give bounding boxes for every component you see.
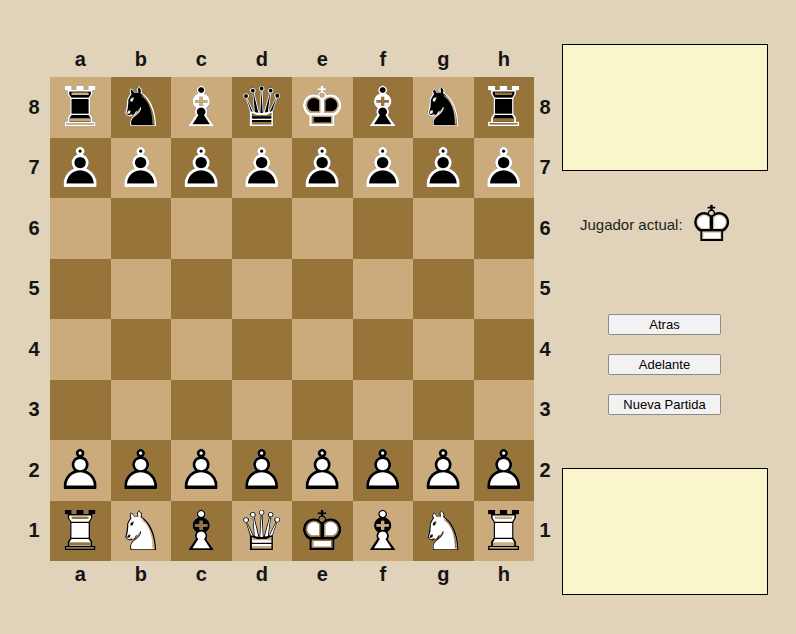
piece-white-bishop[interactable]: ♝♗ [353,501,414,562]
current-player-label: Jugador actual: [580,216,683,233]
square-f2[interactable]: ♟♙ [353,440,414,501]
square-g5[interactable] [413,259,474,320]
white-king-icon: ♚ ♔ [687,198,737,250]
piece-white-king[interactable]: ♚♔ [292,501,353,562]
piece-black-rook[interactable]: ♜♖ [50,77,111,138]
piece-white-bishop[interactable]: ♝♗ [171,501,232,562]
square-f7[interactable]: ♟♙ [353,138,414,199]
square-d3[interactable] [232,380,293,441]
rank-label-1: 1 [21,501,47,562]
square-e8[interactable]: ♚♔ [292,77,353,138]
piece-outline-glyph: ♙ [232,440,293,501]
square-c1[interactable]: ♝♗ [171,501,232,562]
piece-outline-glyph: ♗ [353,77,414,138]
piece-outline-glyph: ♖ [474,501,535,562]
chess-board[interactable]: ♜♖♞♘♝♗♛♕♚♔♝♗♞♘♜♖♟♙♟♙♟♙♟♙♟♙♟♙♟♙♟♙♟♙♟♙♟♙♟♙… [50,77,534,561]
piece-outline-glyph: ♙ [292,138,353,199]
piece-black-pawn[interactable]: ♟♙ [353,138,414,199]
piece-outline-glyph: ♙ [171,440,232,501]
square-f8[interactable]: ♝♗ [353,77,414,138]
square-a2[interactable]: ♟♙ [50,440,111,501]
rank-label-6: 6 [532,198,558,259]
square-d8[interactable]: ♛♕ [232,77,293,138]
square-b8[interactable]: ♞♘ [111,77,172,138]
square-g8[interactable]: ♞♘ [413,77,474,138]
square-e1[interactable]: ♚♔ [292,501,353,562]
file-label-b: b [111,46,172,72]
forward-button[interactable]: Adelante [608,354,721,375]
piece-white-pawn[interactable]: ♟♙ [50,440,111,501]
piece-white-queen[interactable]: ♛♕ [232,501,293,562]
piece-outline-glyph: ♙ [474,440,535,501]
piece-black-queen[interactable]: ♛♕ [232,77,293,138]
rank-label-7: 7 [21,138,47,199]
rank-label-3: 3 [532,380,558,441]
piece-black-knight[interactable]: ♞♘ [111,77,172,138]
square-g1[interactable]: ♞♘ [413,501,474,562]
piece-white-pawn[interactable]: ♟♙ [353,440,414,501]
rank-label-4: 4 [532,319,558,380]
square-c2[interactable]: ♟♙ [171,440,232,501]
rank-label-8: 8 [21,77,47,138]
square-b2[interactable]: ♟♙ [111,440,172,501]
piece-white-knight[interactable]: ♞♘ [111,501,172,562]
piece-outline-glyph: ♖ [474,77,535,138]
square-d4[interactable] [232,319,293,380]
rank-labels-left: 87654321 [21,77,47,561]
square-h6[interactable] [474,198,535,259]
file-label-d: d [232,561,293,587]
square-c8[interactable]: ♝♗ [171,77,232,138]
rank-label-2: 2 [21,440,47,501]
rank-label-5: 5 [21,259,47,320]
file-labels-top: abcdefgh [50,46,534,72]
piece-white-knight[interactable]: ♞♘ [413,501,474,562]
piece-black-bishop[interactable]: ♝♗ [353,77,414,138]
piece-outline-glyph: ♗ [171,501,232,562]
piece-black-king[interactable]: ♚♔ [292,77,353,138]
square-b1[interactable]: ♞♘ [111,501,172,562]
piece-outline-glyph: ♙ [111,440,172,501]
piece-outline-glyph: ♙ [292,440,353,501]
square-a7[interactable]: ♟♙ [50,138,111,199]
file-label-a: a [50,561,111,587]
square-g2[interactable]: ♟♙ [413,440,474,501]
current-player-row: Jugador actual: ♚ ♔ [580,198,737,250]
square-a3[interactable] [50,380,111,441]
piece-black-rook[interactable]: ♜♖ [474,77,535,138]
new-game-button[interactable]: Nueva Partida [608,394,721,415]
piece-white-pawn[interactable]: ♟♙ [474,440,535,501]
square-f6[interactable] [353,198,414,259]
piece-black-pawn[interactable]: ♟♙ [232,138,293,199]
piece-black-bishop[interactable]: ♝♗ [171,77,232,138]
piece-white-rook[interactable]: ♜♖ [50,501,111,562]
square-b3[interactable] [111,380,172,441]
square-c6[interactable] [171,198,232,259]
piece-outline-glyph: ♘ [413,77,474,138]
back-button[interactable]: Atras [608,314,721,335]
square-g4[interactable] [413,319,474,380]
square-c4[interactable] [171,319,232,380]
square-f5[interactable] [353,259,414,320]
square-f1[interactable]: ♝♗ [353,501,414,562]
piece-white-pawn[interactable]: ♟♙ [111,440,172,501]
square-b4[interactable] [111,319,172,380]
square-a4[interactable] [50,319,111,380]
square-b6[interactable] [111,198,172,259]
square-h3[interactable] [474,380,535,441]
file-label-c: c [171,46,232,72]
file-label-a: a [50,46,111,72]
square-g7[interactable]: ♟♙ [413,138,474,199]
piece-white-pawn[interactable]: ♟♙ [292,440,353,501]
piece-outline-glyph: ♕ [232,501,293,562]
rank-label-3: 3 [21,380,47,441]
piece-outline-glyph: ♖ [50,501,111,562]
square-d5[interactable] [232,259,293,320]
piece-black-knight[interactable]: ♞♘ [413,77,474,138]
square-h1[interactable]: ♜♖ [474,501,535,562]
square-d6[interactable] [232,198,293,259]
file-label-g: g [413,561,474,587]
square-g3[interactable] [413,380,474,441]
file-label-e: e [292,561,353,587]
square-e4[interactable] [292,319,353,380]
square-b5[interactable] [111,259,172,320]
file-label-h: h [474,561,535,587]
file-label-f: f [353,46,414,72]
move-log-top[interactable] [562,44,768,171]
piece-outline-glyph: ♙ [474,138,535,199]
rank-label-1: 1 [532,501,558,562]
square-e2[interactable]: ♟♙ [292,440,353,501]
square-c3[interactable] [171,380,232,441]
square-e5[interactable] [292,259,353,320]
piece-black-pawn[interactable]: ♟♙ [111,138,172,199]
square-h7[interactable]: ♟♙ [474,138,535,199]
rank-label-7: 7 [532,138,558,199]
file-label-h: h [474,46,535,72]
piece-outline-glyph: ♕ [232,77,293,138]
piece-outline-glyph: ♙ [232,138,293,199]
piece-black-pawn[interactable]: ♟♙ [474,138,535,199]
file-label-e: e [292,46,353,72]
square-b7[interactable]: ♟♙ [111,138,172,199]
piece-black-pawn[interactable]: ♟♙ [50,138,111,199]
piece-outline-glyph: ♙ [50,138,111,199]
file-label-d: d [232,46,293,72]
file-label-g: g [413,46,474,72]
piece-black-pawn[interactable]: ♟♙ [413,138,474,199]
rank-label-8: 8 [532,77,558,138]
file-label-b: b [111,561,172,587]
file-label-c: c [171,561,232,587]
square-a1[interactable]: ♜♖ [50,501,111,562]
square-a6[interactable] [50,198,111,259]
piece-black-pawn[interactable]: ♟♙ [171,138,232,199]
square-e6[interactable] [292,198,353,259]
piece-outline-glyph: ♙ [413,138,474,199]
square-h8[interactable]: ♜♖ [474,77,535,138]
piece-outline-glyph: ♗ [353,501,414,562]
square-d7[interactable]: ♟♙ [232,138,293,199]
piece-outline-glyph: ♙ [413,440,474,501]
piece-outline-glyph: ♔ [292,77,353,138]
square-d1[interactable]: ♛♕ [232,501,293,562]
rank-label-2: 2 [532,440,558,501]
file-label-f: f [353,561,414,587]
square-a5[interactable] [50,259,111,320]
piece-outline-glyph: ♘ [413,501,474,562]
piece-outline-glyph: ♖ [50,77,111,138]
piece-white-pawn[interactable]: ♟♙ [413,440,474,501]
piece-outline-glyph: ♙ [50,440,111,501]
piece-white-rook[interactable]: ♜♖ [474,501,535,562]
square-h4[interactable] [474,319,535,380]
piece-outline-glyph: ♙ [353,440,414,501]
square-f4[interactable] [353,319,414,380]
rank-label-4: 4 [21,319,47,380]
piece-black-pawn[interactable]: ♟♙ [292,138,353,199]
rank-label-6: 6 [21,198,47,259]
square-a8[interactable]: ♜♖ [50,77,111,138]
square-h2[interactable]: ♟♙ [474,440,535,501]
square-h5[interactable] [474,259,535,320]
piece-white-pawn[interactable]: ♟♙ [171,440,232,501]
piece-outline-glyph: ♘ [111,501,172,562]
square-e7[interactable]: ♟♙ [292,138,353,199]
move-log-bottom[interactable] [562,468,768,595]
piece-outline-glyph: ♘ [111,77,172,138]
piece-outline-glyph: ♙ [111,138,172,199]
piece-outline-glyph: ♗ [171,77,232,138]
square-g6[interactable] [413,198,474,259]
square-c5[interactable] [171,259,232,320]
square-f3[interactable] [353,380,414,441]
rank-labels-right: 87654321 [532,77,558,561]
square-d2[interactable]: ♟♙ [232,440,293,501]
rank-label-5: 5 [532,259,558,320]
file-labels-bottom: abcdefgh [50,561,534,587]
piece-outline-glyph: ♔ [292,501,353,562]
square-e3[interactable] [292,380,353,441]
square-c7[interactable]: ♟♙ [171,138,232,199]
piece-white-pawn[interactable]: ♟♙ [232,440,293,501]
piece-outline-glyph: ♙ [171,138,232,199]
piece-outline-glyph: ♙ [353,138,414,199]
